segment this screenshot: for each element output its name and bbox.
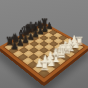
square-a1[interactable]: ♜ (38, 68, 50, 77)
piece-white-rook-a1[interactable]: ♜ (39, 60, 51, 73)
chess-scene: ♜♞♝♛♚♝♞♜♟♟♟♟♟♟♟♟♟♟♟♟♟♟♟♟♜♞♝♛♚♝♞♜ (0, 0, 88, 88)
piece-black-pawn-a7[interactable]: ♟ (10, 40, 19, 50)
chess-board: ♜♞♝♛♚♝♞♜♟♟♟♟♟♟♟♟♟♟♟♟♟♟♟♟♜♞♝♛♚♝♞♜ (0, 22, 88, 82)
